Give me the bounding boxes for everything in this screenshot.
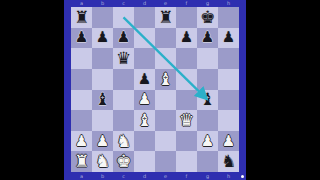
piece-black-pawn-d5[interactable]: ♟ <box>138 72 151 87</box>
square-a7[interactable]: ♟ <box>71 28 92 49</box>
square-d4[interactable]: ♟ <box>134 90 155 111</box>
square-a5[interactable] <box>71 69 92 90</box>
square-f2[interactable] <box>176 131 197 152</box>
square-e1[interactable] <box>155 151 176 172</box>
square-h3[interactable] <box>218 110 239 131</box>
piece-white-pawn-h2[interactable]: ♟ <box>222 134 235 149</box>
square-a2[interactable]: ♟ <box>71 131 92 152</box>
piece-white-queen-f3[interactable]: ♛ <box>179 112 194 129</box>
square-g1[interactable] <box>197 151 218 172</box>
square-h6[interactable] <box>218 48 239 69</box>
piece-white-bishop-d3[interactable]: ♝ <box>137 112 152 129</box>
piece-black-bishop-b4[interactable]: ♝ <box>95 91 110 108</box>
coordinate-file-b-bottom: b <box>92 172 113 180</box>
square-b7[interactable]: ♟ <box>92 28 113 49</box>
video-frame: abcdefgh ♜♜♚♟♟♟♟♟♟♛♟♝♝♟♝♝♛♟♟♞♟♟♜♞♚♞ abcd… <box>0 0 320 180</box>
square-e6[interactable] <box>155 48 176 69</box>
coordinate-file-e-bottom: e <box>155 172 176 180</box>
square-b4[interactable]: ♝ <box>92 90 113 111</box>
square-c4[interactable] <box>113 90 134 111</box>
square-b2[interactable]: ♟ <box>92 131 113 152</box>
square-b3[interactable] <box>92 110 113 131</box>
square-d5[interactable]: ♟ <box>134 69 155 90</box>
piece-white-bishop-e5[interactable]: ♝ <box>158 71 173 88</box>
square-h2[interactable]: ♟ <box>218 131 239 152</box>
piece-black-rook-a8[interactable]: ♜ <box>74 9 89 26</box>
square-b1[interactable]: ♞ <box>92 151 113 172</box>
piece-black-knight-h1[interactable]: ♞ <box>221 153 236 170</box>
coordinate-file-d-top: d <box>134 0 155 7</box>
square-d1[interactable] <box>134 151 155 172</box>
square-c6[interactable]: ♛ <box>113 48 134 69</box>
piece-white-knight-c2[interactable]: ♞ <box>116 133 131 150</box>
square-d6[interactable] <box>134 48 155 69</box>
square-f5[interactable] <box>176 69 197 90</box>
square-c5[interactable] <box>113 69 134 90</box>
square-e3[interactable] <box>155 110 176 131</box>
square-b5[interactable] <box>92 69 113 90</box>
board-squares: ♜♜♚♟♟♟♟♟♟♛♟♝♝♟♝♝♛♟♟♞♟♟♜♞♚♞ <box>71 7 239 172</box>
square-c3[interactable] <box>113 110 134 131</box>
piece-black-king-g8[interactable]: ♚ <box>200 9 215 26</box>
square-c7[interactable]: ♟ <box>113 28 134 49</box>
square-f1[interactable] <box>176 151 197 172</box>
square-h7[interactable]: ♟ <box>218 28 239 49</box>
square-d3[interactable]: ♝ <box>134 110 155 131</box>
piece-black-bishop-g4[interactable]: ♝ <box>200 91 215 108</box>
coordinate-file-b-top: b <box>92 0 113 7</box>
piece-white-pawn-b2[interactable]: ♟ <box>96 134 109 149</box>
piece-black-pawn-g7[interactable]: ♟ <box>201 30 214 45</box>
square-g7[interactable]: ♟ <box>197 28 218 49</box>
piece-black-pawn-c7[interactable]: ♟ <box>117 30 130 45</box>
square-h4[interactable] <box>218 90 239 111</box>
piece-white-pawn-g2[interactable]: ♟ <box>201 134 214 149</box>
square-e2[interactable] <box>155 131 176 152</box>
coordinate-file-h-top: h <box>218 0 239 7</box>
square-d2[interactable] <box>134 131 155 152</box>
square-f4[interactable] <box>176 90 197 111</box>
coordinate-file-a-bottom: a <box>71 172 92 180</box>
piece-white-rook-a1[interactable]: ♜ <box>74 153 89 170</box>
square-a1[interactable]: ♜ <box>71 151 92 172</box>
square-b6[interactable] <box>92 48 113 69</box>
coordinate-file-e-top: e <box>155 0 176 7</box>
piece-white-knight-b1[interactable]: ♞ <box>95 153 110 170</box>
coordinate-file-c-bottom: c <box>113 172 134 180</box>
coordinate-file-h-bottom: h <box>218 172 239 180</box>
piece-black-pawn-a7[interactable]: ♟ <box>75 30 88 45</box>
square-e4[interactable] <box>155 90 176 111</box>
coordinate-file-c-top: c <box>113 0 134 7</box>
coordinate-file-f-top: f <box>176 0 197 7</box>
piece-black-pawn-f7[interactable]: ♟ <box>180 30 193 45</box>
square-e8[interactable]: ♜ <box>155 7 176 28</box>
square-g4[interactable]: ♝ <box>197 90 218 111</box>
piece-black-pawn-h7[interactable]: ♟ <box>222 30 235 45</box>
file-coordinates-bottom: abcdefgh <box>71 172 239 180</box>
square-a6[interactable] <box>71 48 92 69</box>
square-h1[interactable]: ♞ <box>218 151 239 172</box>
square-c2[interactable]: ♞ <box>113 131 134 152</box>
square-a3[interactable] <box>71 110 92 131</box>
piece-black-queen-c6[interactable]: ♛ <box>116 50 131 67</box>
square-c8[interactable] <box>113 7 134 28</box>
square-b8[interactable] <box>92 7 113 28</box>
coordinate-file-g-bottom: g <box>197 172 218 180</box>
square-a8[interactable]: ♜ <box>71 7 92 28</box>
square-g3[interactable] <box>197 110 218 131</box>
side-to-move-indicator <box>241 175 244 178</box>
square-g5[interactable] <box>197 69 218 90</box>
coordinate-file-g-top: g <box>197 0 218 7</box>
square-g8[interactable]: ♚ <box>197 7 218 28</box>
square-h8[interactable] <box>218 7 239 28</box>
piece-white-pawn-d4[interactable]: ♟ <box>138 92 151 107</box>
square-f7[interactable]: ♟ <box>176 28 197 49</box>
square-f8[interactable] <box>176 7 197 28</box>
square-g6[interactable] <box>197 48 218 69</box>
piece-white-pawn-a2[interactable]: ♟ <box>75 134 88 149</box>
file-coordinates-top: abcdefgh <box>71 0 239 7</box>
square-e5[interactable]: ♝ <box>155 69 176 90</box>
square-a4[interactable] <box>71 90 92 111</box>
piece-black-rook-e8[interactable]: ♜ <box>158 9 173 26</box>
coordinate-file-d-bottom: d <box>134 172 155 180</box>
square-e7[interactable] <box>155 28 176 49</box>
coordinate-file-f-bottom: f <box>176 172 197 180</box>
square-g2[interactable]: ♟ <box>197 131 218 152</box>
square-f6[interactable] <box>176 48 197 69</box>
square-h5[interactable] <box>218 69 239 90</box>
coordinate-file-a-top: a <box>71 0 92 7</box>
piece-black-pawn-b7[interactable]: ♟ <box>96 30 109 45</box>
square-d7[interactable] <box>134 28 155 49</box>
square-c1[interactable]: ♚ <box>113 151 134 172</box>
chess-board-frame: abcdefgh ♜♜♚♟♟♟♟♟♟♛♟♝♝♟♝♝♛♟♟♞♟♟♜♞♚♞ abcd… <box>64 0 246 180</box>
square-d8[interactable] <box>134 7 155 28</box>
piece-white-king-c1[interactable]: ♚ <box>116 153 131 170</box>
square-f3[interactable]: ♛ <box>176 110 197 131</box>
